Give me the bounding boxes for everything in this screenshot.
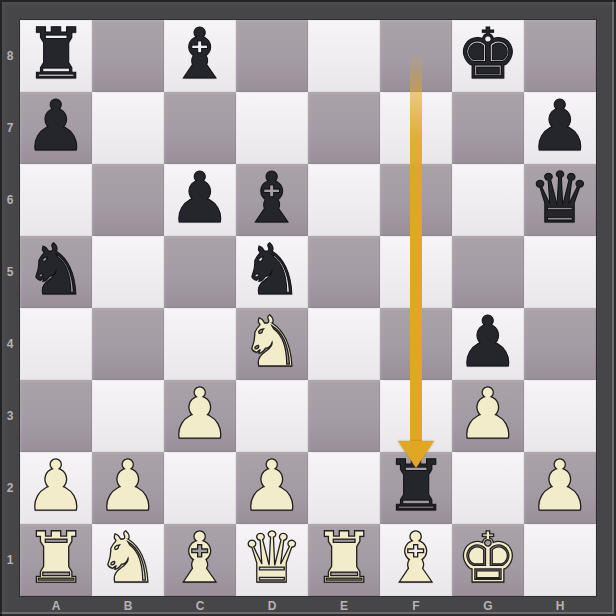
square-d8[interactable] <box>236 20 308 92</box>
black-rook-f2[interactable]: ♜ <box>385 451 448 521</box>
square-g6[interactable] <box>452 164 524 236</box>
white-king-g1[interactable]: ♚ <box>457 523 520 593</box>
rank-label-1: 1 <box>0 524 20 596</box>
white-pawn-g3[interactable]: ♟ <box>457 379 520 449</box>
square-e4[interactable] <box>308 308 380 380</box>
square-f6[interactable] <box>380 164 452 236</box>
square-f5[interactable] <box>380 236 452 308</box>
square-f8[interactable] <box>380 20 452 92</box>
square-h5[interactable] <box>524 236 596 308</box>
white-pawn-c3[interactable]: ♟ <box>169 379 232 449</box>
square-b8[interactable] <box>92 20 164 92</box>
black-rook-a8[interactable]: ♜ <box>25 19 88 89</box>
black-bishop-c8[interactable]: ♝ <box>169 19 232 89</box>
square-c7[interactable] <box>164 92 236 164</box>
square-f4[interactable] <box>380 308 452 380</box>
square-d6[interactable]: ♝ <box>236 164 308 236</box>
file-label-c: C <box>164 596 236 616</box>
chess-board[interactable]: ♜♝♚♟♟♟♝♛♞♞♞♟♟♟♟♟♟♜♟♜♞♝♛♜♝♚ <box>20 20 596 596</box>
square-h6[interactable]: ♛ <box>524 164 596 236</box>
chess-board-widget: 87654321 ABCDEFGH ♜♝♚♟♟♟♝♛♞♞♞♟♟♟♟♟♟♜♟♜♞♝… <box>0 0 616 616</box>
square-h7[interactable]: ♟ <box>524 92 596 164</box>
square-c3[interactable]: ♟ <box>164 380 236 452</box>
square-d2[interactable]: ♟ <box>236 452 308 524</box>
file-label-e: E <box>308 596 380 616</box>
square-e5[interactable] <box>308 236 380 308</box>
square-g1[interactable]: ♚ <box>452 524 524 596</box>
white-knight-d4[interactable]: ♞ <box>241 307 304 377</box>
black-pawn-a7[interactable]: ♟ <box>25 91 88 161</box>
square-g5[interactable] <box>452 236 524 308</box>
square-f2[interactable]: ♜ <box>380 452 452 524</box>
square-h8[interactable] <box>524 20 596 92</box>
black-pawn-c6[interactable]: ♟ <box>169 163 232 233</box>
square-b5[interactable] <box>92 236 164 308</box>
square-e8[interactable] <box>308 20 380 92</box>
white-pawn-b2[interactable]: ♟ <box>97 451 160 521</box>
square-h3[interactable] <box>524 380 596 452</box>
square-a1[interactable]: ♜ <box>20 524 92 596</box>
black-knight-a5[interactable]: ♞ <box>25 235 88 305</box>
square-f3[interactable] <box>380 380 452 452</box>
square-c1[interactable]: ♝ <box>164 524 236 596</box>
rank-label-5: 5 <box>0 236 20 308</box>
square-a3[interactable] <box>20 380 92 452</box>
square-e6[interactable] <box>308 164 380 236</box>
white-bishop-c1[interactable]: ♝ <box>169 523 232 593</box>
square-a4[interactable] <box>20 308 92 380</box>
file-label-f: F <box>380 596 452 616</box>
file-label-d: D <box>236 596 308 616</box>
square-d7[interactable] <box>236 92 308 164</box>
white-knight-b1[interactable]: ♞ <box>97 523 160 593</box>
square-h1[interactable] <box>524 524 596 596</box>
square-d1[interactable]: ♛ <box>236 524 308 596</box>
square-e7[interactable] <box>308 92 380 164</box>
black-pawn-g4[interactable]: ♟ <box>457 307 520 377</box>
rank-labels: 87654321 <box>0 20 20 596</box>
square-b1[interactable]: ♞ <box>92 524 164 596</box>
square-d4[interactable]: ♞ <box>236 308 308 380</box>
rank-label-4: 4 <box>0 308 20 380</box>
file-label-b: B <box>92 596 164 616</box>
square-b7[interactable] <box>92 92 164 164</box>
square-b3[interactable] <box>92 380 164 452</box>
rank-label-2: 2 <box>0 452 20 524</box>
square-a8[interactable]: ♜ <box>20 20 92 92</box>
square-e3[interactable] <box>308 380 380 452</box>
white-pawn-a2[interactable]: ♟ <box>25 451 88 521</box>
square-c5[interactable] <box>164 236 236 308</box>
square-c6[interactable]: ♟ <box>164 164 236 236</box>
square-g3[interactable]: ♟ <box>452 380 524 452</box>
square-c8[interactable]: ♝ <box>164 20 236 92</box>
file-label-a: A <box>20 596 92 616</box>
file-labels: ABCDEFGH <box>20 596 596 616</box>
square-b4[interactable] <box>92 308 164 380</box>
rank-label-3: 3 <box>0 380 20 452</box>
white-bishop-f1[interactable]: ♝ <box>385 523 448 593</box>
square-g7[interactable] <box>452 92 524 164</box>
square-a5[interactable]: ♞ <box>20 236 92 308</box>
square-f1[interactable]: ♝ <box>380 524 452 596</box>
square-d5[interactable]: ♞ <box>236 236 308 308</box>
white-pawn-h2[interactable]: ♟ <box>529 451 592 521</box>
white-pawn-d2[interactable]: ♟ <box>241 451 304 521</box>
square-a2[interactable]: ♟ <box>20 452 92 524</box>
square-c4[interactable] <box>164 308 236 380</box>
square-g8[interactable]: ♚ <box>452 20 524 92</box>
black-knight-d5[interactable]: ♞ <box>241 235 304 305</box>
square-h2[interactable]: ♟ <box>524 452 596 524</box>
square-c2[interactable] <box>164 452 236 524</box>
square-d3[interactable] <box>236 380 308 452</box>
square-e2[interactable] <box>308 452 380 524</box>
square-g2[interactable] <box>452 452 524 524</box>
square-b2[interactable]: ♟ <box>92 452 164 524</box>
file-label-g: G <box>452 596 524 616</box>
white-queen-d1[interactable]: ♛ <box>241 523 304 593</box>
black-queen-h6[interactable]: ♛ <box>529 163 592 233</box>
square-g4[interactable]: ♟ <box>452 308 524 380</box>
rank-label-7: 7 <box>0 92 20 164</box>
rank-label-8: 8 <box>0 20 20 92</box>
black-king-g8[interactable]: ♚ <box>457 19 520 89</box>
black-pawn-h7[interactable]: ♟ <box>529 91 592 161</box>
square-b6[interactable] <box>92 164 164 236</box>
file-label-h: H <box>524 596 596 616</box>
white-rook-a1[interactable]: ♜ <box>25 523 88 593</box>
rank-label-6: 6 <box>0 164 20 236</box>
black-bishop-d6[interactable]: ♝ <box>241 163 304 233</box>
square-a7[interactable]: ♟ <box>20 92 92 164</box>
white-rook-e1[interactable]: ♜ <box>313 523 376 593</box>
square-e1[interactable]: ♜ <box>308 524 380 596</box>
square-a6[interactable] <box>20 164 92 236</box>
square-f7[interactable] <box>380 92 452 164</box>
square-h4[interactable] <box>524 308 596 380</box>
